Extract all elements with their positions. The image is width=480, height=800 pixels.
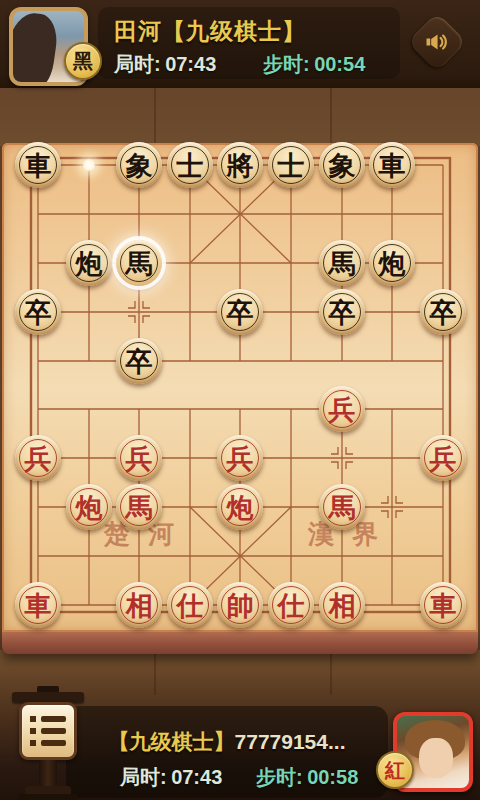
piece-glyph: 兵 — [227, 445, 254, 472]
piece-red-仕[interactable]: 仕 — [167, 582, 213, 628]
piece-glyph: 車 — [379, 152, 406, 179]
xiangqi-board[interactable]: 楚河 漢界 車象士將士象車炮馬馬炮卒卒卒卒卒兵兵兵兵兵炮馬炮馬車相仕帥仕相車 — [2, 143, 478, 632]
piece-black-卒[interactable]: 卒 — [420, 289, 466, 335]
avatar-photo — [9, 10, 60, 86]
game-time-label: 局时: — [120, 766, 167, 788]
piece-glyph: 卒 — [126, 348, 153, 375]
piece-glyph: 相 — [126, 592, 153, 619]
piece-glyph: 兵 — [430, 445, 457, 472]
black-side-badge: 黑 — [64, 42, 102, 80]
plank-seam — [154, 86, 156, 146]
piece-glyph: 兵 — [126, 445, 153, 472]
self-move-time: 步时: 00:58 — [256, 764, 358, 791]
piece-glyph: 士 — [177, 152, 204, 179]
avatar-photo — [419, 738, 453, 778]
piece-red-兵[interactable]: 兵 — [319, 386, 365, 432]
piece-black-象[interactable]: 象 — [319, 142, 365, 188]
piece-glyph: 士 — [278, 152, 305, 179]
piece-glyph: 仕 — [278, 592, 305, 619]
self-name: 【九级棋士】77779154... — [66, 728, 388, 756]
piece-black-象[interactable]: 象 — [116, 142, 162, 188]
piece-glyph: 卒 — [25, 299, 52, 326]
piece-red-車[interactable]: 車 — [420, 582, 466, 628]
piece-red-仕[interactable]: 仕 — [268, 582, 314, 628]
lantern-roof — [12, 692, 84, 702]
move-time-label: 步时: — [263, 53, 310, 75]
piece-glyph: 兵 — [329, 396, 356, 423]
piece-glyph: 仕 — [177, 592, 204, 619]
piece-red-馬[interactable]: 馬 — [319, 484, 365, 530]
xiangqi-game-screen: 楚河 漢界 車象士將士象車炮馬馬炮卒卒卒卒卒兵兵兵兵兵炮馬炮馬車相仕帥仕相車 黑… — [0, 0, 480, 800]
piece-glyph: 象 — [329, 152, 356, 179]
piece-red-兵[interactable]: 兵 — [15, 435, 61, 481]
menu-button[interactable] — [10, 686, 86, 800]
piece-black-車[interactable]: 車 — [15, 142, 61, 188]
piece-glyph: 車 — [25, 592, 52, 619]
lantern-base — [18, 794, 78, 800]
piece-black-士[interactable]: 士 — [268, 142, 314, 188]
move-time-value: 00:58 — [307, 766, 358, 788]
piece-glyph: 車 — [25, 152, 52, 179]
piece-glyph: 炮 — [76, 494, 103, 521]
plank-seam — [330, 650, 332, 695]
board-grid-lines — [2, 143, 478, 632]
piece-glyph: 炮 — [76, 250, 103, 277]
piece-black-炮[interactable]: 炮 — [369, 240, 415, 286]
speaker-icon — [423, 28, 451, 56]
wood-background-top — [0, 86, 480, 146]
opponent-move-time: 步时: 00:54 — [263, 51, 365, 78]
game-time-value: 07:43 — [171, 766, 222, 788]
last-move-origin-dot — [82, 158, 96, 172]
list-menu-icon — [19, 702, 77, 760]
game-time-value: 07:43 — [165, 53, 216, 75]
piece-red-兵[interactable]: 兵 — [116, 435, 162, 481]
piece-glyph: 炮 — [379, 250, 406, 277]
piece-red-相[interactable]: 相 — [116, 582, 162, 628]
sound-toggle-button[interactable] — [409, 14, 465, 70]
piece-black-車[interactable]: 車 — [369, 142, 415, 188]
piece-glyph: 炮 — [227, 494, 254, 521]
piece-red-相[interactable]: 相 — [319, 582, 365, 628]
red-side-badge: 紅 — [376, 751, 414, 789]
opponent-name: 田河【九级棋士】 — [114, 16, 306, 47]
move-time-value: 00:54 — [314, 53, 365, 75]
piece-black-炮[interactable]: 炮 — [66, 240, 112, 286]
board-base-edge — [2, 632, 478, 654]
piece-glyph: 馬 — [329, 250, 356, 277]
piece-glyph: 馬 — [329, 494, 356, 521]
piece-glyph: 車 — [430, 592, 457, 619]
piece-black-將[interactable]: 將 — [217, 142, 263, 188]
plank-seam — [330, 86, 332, 146]
piece-glyph: 卒 — [329, 299, 356, 326]
piece-red-炮[interactable]: 炮 — [217, 484, 263, 530]
piece-glyph: 象 — [126, 152, 153, 179]
lantern-post — [39, 760, 57, 788]
opponent-game-time: 局时: 07:43 — [114, 51, 216, 78]
piece-black-卒[interactable]: 卒 — [319, 289, 365, 335]
piece-glyph: 卒 — [227, 299, 254, 326]
opponent-info-bar: 黑 田河【九级棋士】 局时: 07:43 步时: 00:54 — [0, 0, 480, 88]
self-player-number: 77779154... — [235, 730, 346, 753]
piece-black-卒[interactable]: 卒 — [217, 289, 263, 335]
piece-black-馬[interactable]: 馬 — [116, 240, 162, 286]
piece-black-馬[interactable]: 馬 — [319, 240, 365, 286]
piece-glyph: 相 — [329, 592, 356, 619]
piece-glyph: 馬 — [126, 494, 153, 521]
piece-red-炮[interactable]: 炮 — [66, 484, 112, 530]
piece-glyph: 兵 — [25, 445, 52, 472]
piece-glyph: 帥 — [227, 592, 254, 619]
piece-red-帥[interactable]: 帥 — [217, 582, 263, 628]
piece-glyph: 卒 — [430, 299, 457, 326]
piece-red-兵[interactable]: 兵 — [420, 435, 466, 481]
piece-black-卒[interactable]: 卒 — [15, 289, 61, 335]
piece-red-馬[interactable]: 馬 — [116, 484, 162, 530]
piece-glyph: 將 — [227, 152, 254, 179]
self-info-panel: 【九级棋士】77779154... 局时: 07:43 步时: 00:58 — [66, 706, 388, 798]
plank-seam — [154, 650, 156, 695]
move-time-label: 步时: — [256, 766, 303, 788]
piece-red-車[interactable]: 車 — [15, 582, 61, 628]
piece-black-士[interactable]: 士 — [167, 142, 213, 188]
piece-black-卒[interactable]: 卒 — [116, 338, 162, 384]
self-game-time: 局时: 07:43 — [120, 764, 222, 791]
game-time-label: 局时: — [114, 53, 161, 75]
piece-glyph: 馬 — [126, 250, 153, 277]
piece-red-兵[interactable]: 兵 — [217, 435, 263, 481]
self-rank-title: 【九级棋士】 — [109, 730, 235, 753]
